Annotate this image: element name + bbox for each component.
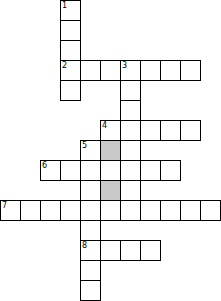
cell-r6c5[interactable]: 4 [100,120,121,141]
cell-r10c3[interactable] [60,200,81,221]
clue-number-8: 8 [82,241,87,250]
cell-r4c3[interactable] [60,80,81,101]
cell-r3c6[interactable]: 3 [120,60,141,81]
cell-r12c5[interactable] [100,240,121,261]
cell-r1c3[interactable] [60,20,81,41]
cell-r7c4[interactable]: 5 [80,140,101,161]
clue-number-5: 5 [82,141,87,150]
cell-r5c6[interactable] [120,100,141,121]
cell-r8c6[interactable] [120,160,141,181]
cell-r9c5-shaded[interactable] [100,180,121,201]
cell-r8c7[interactable] [140,160,161,181]
clue-number-3: 3 [122,61,127,70]
cell-r11c4[interactable] [80,220,101,241]
cell-r8c5[interactable] [100,160,121,181]
cell-r10c8[interactable] [160,200,181,221]
cell-r10c2[interactable] [40,200,61,221]
cell-r3c4[interactable] [80,60,101,81]
cell-r12c7[interactable] [140,240,161,261]
cell-r8c3[interactable] [60,160,81,181]
cell-r7c5-shaded[interactable] [100,140,121,161]
clue-number-7: 7 [2,201,7,210]
cell-r6c8[interactable] [160,120,181,141]
cell-r3c7[interactable] [140,60,161,81]
cell-r9c6[interactable] [120,180,141,201]
clue-number-2: 2 [62,61,67,70]
cell-r13c4[interactable] [80,260,101,281]
cell-r3c8[interactable] [160,60,181,81]
cell-r8c2[interactable]: 6 [40,160,61,181]
clue-number-4: 4 [102,121,107,130]
clue-number-6: 6 [42,161,47,170]
cell-r12c6[interactable] [120,240,141,261]
cell-r6c9[interactable] [180,120,201,141]
cell-r3c5[interactable] [100,60,121,81]
cell-r3c3[interactable]: 2 [60,60,81,81]
cell-r10c1[interactable] [20,200,41,221]
cell-r9c4[interactable] [80,180,101,201]
cell-r0c3[interactable]: 1 [60,0,81,21]
cell-r8c4[interactable] [80,160,101,181]
clue-number-1: 1 [62,1,67,10]
cell-r2c3[interactable] [60,40,81,61]
cell-r6c6[interactable] [120,120,141,141]
cell-r10c10[interactable] [200,200,221,221]
cell-r8c8[interactable] [160,160,181,181]
crossword-board: 12345678 [0,0,221,301]
cell-r3c9[interactable] [180,60,201,81]
cell-r7c6[interactable] [120,140,141,161]
cell-r10c5[interactable] [100,200,121,221]
cell-r10c0[interactable]: 7 [0,200,21,221]
cell-r14c4[interactable] [80,280,101,301]
cell-r10c6[interactable] [120,200,141,221]
cell-r6c7[interactable] [140,120,161,141]
cell-r12c4[interactable]: 8 [80,240,101,261]
cell-r10c9[interactable] [180,200,201,221]
cell-r10c4[interactable] [80,200,101,221]
cell-r4c6[interactable] [120,80,141,101]
cell-r10c7[interactable] [140,200,161,221]
